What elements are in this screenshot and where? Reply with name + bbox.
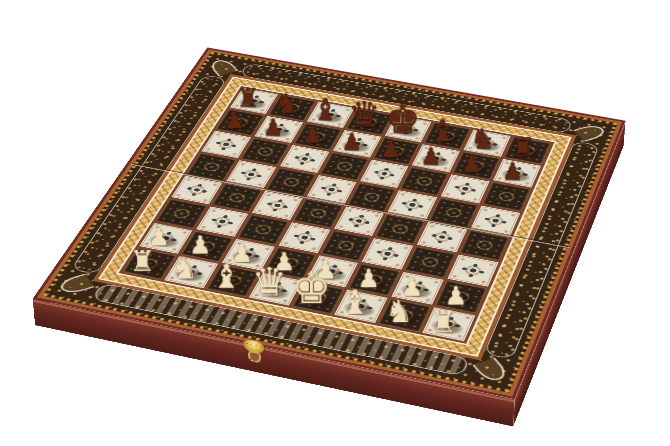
piece-black-pawn[interactable]: ♟: [461, 153, 482, 175]
piece-white-rook[interactable]: ♜: [130, 248, 155, 275]
corner-arch-ornament: [207, 58, 238, 76]
piece-white-knight[interactable]: ♞: [385, 298, 413, 328]
piece-white-rook[interactable]: ♜: [430, 309, 456, 337]
piece-white-knight[interactable]: ♞: [170, 255, 197, 284]
piece-black-pawn[interactable]: ♟: [421, 146, 442, 168]
corner-arch-ornament: [573, 123, 609, 142]
piece-black-rook[interactable]: ♜: [511, 135, 535, 160]
piece-white-queen[interactable]: ♛: [251, 264, 286, 301]
square-a1[interactable]: ♜: [123, 248, 177, 280]
square-f7[interactable]: ♟: [412, 144, 460, 172]
piece-black-bishop[interactable]: ♝: [429, 117, 456, 145]
piece-black-pawn[interactable]: ♟: [381, 139, 402, 161]
piece-black-king[interactable]: ♚: [385, 101, 420, 138]
corner-arch-ornament: [472, 357, 511, 383]
piece-white-bishop[interactable]: ♝: [212, 261, 241, 292]
piece-black-queen[interactable]: ♛: [348, 98, 380, 132]
piece-black-pawn[interactable]: ♟: [302, 124, 323, 146]
piece-black-pawn[interactable]: ♟: [263, 117, 284, 139]
chess-set-photo: ♜♞♝♛♚♝♞♜♟♟♟♟♟♟♟♟♟♟♟♟♟♟♟♟♜♞♝♛♚♝♞♜: [0, 0, 670, 446]
piece-white-bishop[interactable]: ♝: [340, 287, 370, 318]
corner-arch-ornament: [57, 273, 95, 295]
piece-black-bishop[interactable]: ♝: [312, 96, 338, 124]
square-h1[interactable]: ♜: [422, 307, 475, 341]
square-h7[interactable]: ♟: [493, 159, 541, 187]
piece-black-knight[interactable]: ♞: [470, 126, 495, 153]
piece-white-king[interactable]: ♚: [292, 268, 331, 309]
piece-black-pawn[interactable]: ♟: [224, 110, 245, 132]
piece-black-pawn[interactable]: ♟: [341, 131, 362, 153]
square-e7[interactable]: ♟: [372, 137, 420, 165]
square-g1[interactable]: ♞: [378, 299, 431, 333]
piece-black-pawn[interactable]: ♟: [502, 161, 523, 183]
